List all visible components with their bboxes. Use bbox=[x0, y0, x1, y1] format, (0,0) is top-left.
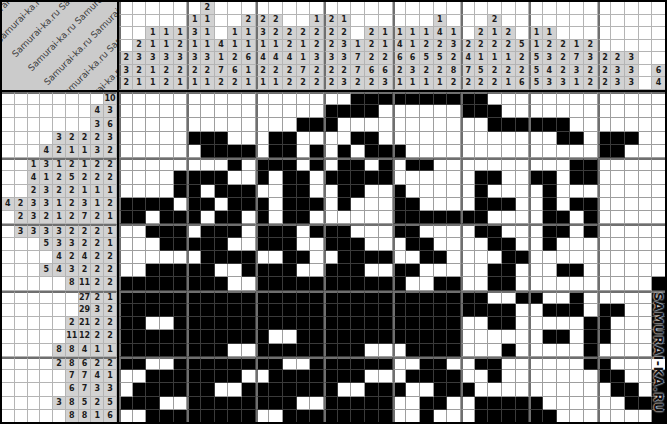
cell[interactable] bbox=[461, 370, 475, 383]
cell[interactable] bbox=[584, 277, 598, 290]
cell[interactable] bbox=[133, 277, 147, 290]
cell[interactable] bbox=[584, 238, 598, 251]
cell[interactable] bbox=[516, 105, 530, 118]
cell[interactable] bbox=[488, 291, 502, 304]
cell[interactable] bbox=[584, 132, 598, 145]
cell[interactable] bbox=[557, 145, 571, 158]
cell[interactable] bbox=[338, 238, 352, 251]
cell[interactable] bbox=[215, 198, 229, 211]
cell[interactable] bbox=[543, 105, 557, 118]
cell[interactable] bbox=[283, 224, 297, 237]
cell[interactable] bbox=[406, 105, 420, 118]
cell[interactable] bbox=[242, 105, 256, 118]
cell[interactable] bbox=[434, 397, 448, 410]
cell[interactable] bbox=[488, 92, 502, 105]
cell[interactable] bbox=[379, 317, 393, 330]
cell[interactable] bbox=[283, 330, 297, 343]
cell[interactable] bbox=[133, 158, 147, 171]
cell[interactable] bbox=[283, 317, 297, 330]
cell[interactable] bbox=[269, 224, 283, 237]
cell[interactable] bbox=[310, 251, 324, 264]
cell[interactable] bbox=[215, 304, 229, 317]
cell[interactable] bbox=[351, 224, 365, 237]
cell[interactable] bbox=[488, 224, 502, 237]
cell[interactable] bbox=[584, 397, 598, 410]
cell[interactable] bbox=[351, 198, 365, 211]
cell[interactable] bbox=[228, 224, 242, 237]
cell[interactable] bbox=[516, 158, 530, 171]
cell[interactable] bbox=[297, 291, 311, 304]
cell[interactable] bbox=[269, 277, 283, 290]
cell[interactable] bbox=[406, 397, 420, 410]
cell[interactable] bbox=[393, 291, 407, 304]
cell[interactable] bbox=[310, 92, 324, 105]
cell[interactable] bbox=[351, 317, 365, 330]
cell[interactable] bbox=[475, 264, 489, 277]
cell[interactable] bbox=[461, 224, 475, 237]
cell[interactable] bbox=[584, 118, 598, 131]
cell[interactable] bbox=[133, 357, 147, 370]
cell[interactable] bbox=[447, 264, 461, 277]
cell[interactable] bbox=[283, 118, 297, 131]
cell[interactable] bbox=[516, 198, 530, 211]
cell[interactable] bbox=[297, 383, 311, 396]
cell[interactable] bbox=[570, 238, 584, 251]
cell[interactable] bbox=[351, 118, 365, 131]
cell[interactable] bbox=[557, 224, 571, 237]
cell[interactable] bbox=[393, 118, 407, 131]
cell[interactable] bbox=[160, 92, 174, 105]
cell[interactable] bbox=[529, 357, 543, 370]
cell[interactable] bbox=[570, 410, 584, 423]
cell[interactable] bbox=[324, 145, 338, 158]
cell[interactable] bbox=[434, 410, 448, 423]
cell[interactable] bbox=[557, 105, 571, 118]
cell[interactable] bbox=[543, 344, 557, 357]
cell[interactable] bbox=[461, 317, 475, 330]
cell[interactable] bbox=[461, 171, 475, 184]
cell[interactable] bbox=[365, 397, 379, 410]
cell[interactable] bbox=[201, 145, 215, 158]
cell[interactable] bbox=[461, 344, 475, 357]
cell[interactable] bbox=[187, 92, 201, 105]
cell[interactable] bbox=[215, 383, 229, 396]
cell[interactable] bbox=[420, 344, 434, 357]
cell[interactable] bbox=[242, 132, 256, 145]
cell[interactable] bbox=[420, 118, 434, 131]
cell[interactable] bbox=[488, 304, 502, 317]
cell[interactable] bbox=[351, 185, 365, 198]
cell[interactable] bbox=[201, 317, 215, 330]
cell[interactable] bbox=[652, 158, 666, 171]
cell[interactable] bbox=[146, 277, 160, 290]
cell[interactable] bbox=[434, 344, 448, 357]
cell[interactable] bbox=[146, 105, 160, 118]
cell[interactable] bbox=[598, 211, 612, 224]
cell[interactable] bbox=[502, 317, 516, 330]
cell[interactable] bbox=[420, 264, 434, 277]
cell[interactable] bbox=[406, 330, 420, 343]
cell[interactable] bbox=[324, 344, 338, 357]
cell[interactable] bbox=[488, 132, 502, 145]
cell[interactable] bbox=[256, 330, 270, 343]
cell[interactable] bbox=[420, 198, 434, 211]
cell[interactable] bbox=[543, 277, 557, 290]
cell[interactable] bbox=[379, 224, 393, 237]
cell[interactable] bbox=[461, 397, 475, 410]
cell[interactable] bbox=[365, 92, 379, 105]
cell[interactable] bbox=[365, 132, 379, 145]
cell[interactable] bbox=[516, 145, 530, 158]
cell[interactable] bbox=[187, 304, 201, 317]
cell[interactable] bbox=[639, 277, 653, 290]
cell[interactable] bbox=[625, 304, 639, 317]
cell[interactable] bbox=[269, 238, 283, 251]
cell[interactable] bbox=[570, 251, 584, 264]
cell[interactable] bbox=[570, 92, 584, 105]
cell[interactable] bbox=[297, 410, 311, 423]
cell[interactable] bbox=[598, 357, 612, 370]
cell[interactable] bbox=[475, 383, 489, 396]
cell[interactable] bbox=[475, 291, 489, 304]
cell[interactable] bbox=[201, 370, 215, 383]
cell[interactable] bbox=[133, 211, 147, 224]
cell[interactable] bbox=[215, 158, 229, 171]
cell[interactable] bbox=[174, 171, 188, 184]
cell[interactable] bbox=[160, 118, 174, 131]
cell[interactable] bbox=[447, 211, 461, 224]
cell[interactable] bbox=[119, 370, 133, 383]
cell[interactable] bbox=[516, 211, 530, 224]
cell[interactable] bbox=[146, 238, 160, 251]
cell[interactable] bbox=[324, 185, 338, 198]
cell[interactable] bbox=[283, 383, 297, 396]
cell[interactable] bbox=[215, 344, 229, 357]
cell[interactable] bbox=[174, 264, 188, 277]
cell[interactable] bbox=[639, 92, 653, 105]
cell[interactable] bbox=[146, 330, 160, 343]
cell[interactable] bbox=[502, 277, 516, 290]
cell[interactable] bbox=[174, 370, 188, 383]
cell[interactable] bbox=[611, 383, 625, 396]
cell[interactable] bbox=[379, 397, 393, 410]
cell[interactable] bbox=[160, 238, 174, 251]
cell[interactable] bbox=[570, 291, 584, 304]
cell[interactable] bbox=[351, 171, 365, 184]
cell[interactable] bbox=[625, 198, 639, 211]
cell[interactable] bbox=[625, 145, 639, 158]
cell[interactable] bbox=[119, 317, 133, 330]
cell[interactable] bbox=[652, 198, 666, 211]
cell[interactable] bbox=[379, 291, 393, 304]
cell[interactable] bbox=[502, 370, 516, 383]
cell[interactable] bbox=[269, 264, 283, 277]
cell[interactable] bbox=[502, 264, 516, 277]
cell[interactable] bbox=[215, 330, 229, 343]
cell[interactable] bbox=[475, 357, 489, 370]
cell[interactable] bbox=[557, 317, 571, 330]
cell[interactable] bbox=[269, 357, 283, 370]
cell[interactable] bbox=[543, 145, 557, 158]
cell[interactable] bbox=[639, 158, 653, 171]
cell[interactable] bbox=[516, 277, 530, 290]
cell[interactable] bbox=[242, 185, 256, 198]
cell[interactable] bbox=[461, 105, 475, 118]
cell[interactable] bbox=[174, 291, 188, 304]
cell[interactable] bbox=[611, 171, 625, 184]
cell[interactable] bbox=[502, 132, 516, 145]
cell[interactable] bbox=[228, 171, 242, 184]
cell[interactable] bbox=[310, 238, 324, 251]
cell[interactable] bbox=[283, 410, 297, 423]
cell[interactable] bbox=[283, 344, 297, 357]
cell[interactable] bbox=[324, 171, 338, 184]
cell[interactable] bbox=[174, 198, 188, 211]
cell[interactable] bbox=[310, 211, 324, 224]
cell[interactable] bbox=[324, 357, 338, 370]
cell[interactable] bbox=[146, 357, 160, 370]
cell[interactable] bbox=[215, 92, 229, 105]
cell[interactable] bbox=[324, 105, 338, 118]
cell[interactable] bbox=[283, 277, 297, 290]
cell[interactable] bbox=[146, 383, 160, 396]
cell[interactable] bbox=[625, 344, 639, 357]
cell[interactable] bbox=[543, 171, 557, 184]
cell[interactable] bbox=[174, 357, 188, 370]
cell[interactable] bbox=[543, 410, 557, 423]
cell[interactable] bbox=[516, 171, 530, 184]
cell[interactable] bbox=[187, 171, 201, 184]
cell[interactable] bbox=[351, 92, 365, 105]
cell[interactable] bbox=[557, 92, 571, 105]
cell[interactable] bbox=[529, 344, 543, 357]
cell[interactable] bbox=[351, 145, 365, 158]
cell[interactable] bbox=[146, 344, 160, 357]
cell[interactable] bbox=[598, 198, 612, 211]
cell[interactable] bbox=[420, 171, 434, 184]
cell[interactable] bbox=[502, 171, 516, 184]
cell[interactable] bbox=[461, 158, 475, 171]
cell[interactable] bbox=[338, 397, 352, 410]
cell[interactable] bbox=[160, 158, 174, 171]
cell[interactable] bbox=[351, 277, 365, 290]
cell[interactable] bbox=[174, 118, 188, 131]
cell[interactable] bbox=[516, 264, 530, 277]
cell[interactable] bbox=[570, 132, 584, 145]
cell[interactable] bbox=[351, 330, 365, 343]
cell[interactable] bbox=[461, 118, 475, 131]
cell[interactable] bbox=[256, 145, 270, 158]
cell[interactable] bbox=[119, 304, 133, 317]
cell[interactable] bbox=[406, 383, 420, 396]
cell[interactable] bbox=[461, 357, 475, 370]
cell[interactable] bbox=[434, 251, 448, 264]
cell[interactable] bbox=[119, 397, 133, 410]
cell[interactable] bbox=[242, 251, 256, 264]
cell[interactable] bbox=[324, 158, 338, 171]
cell[interactable] bbox=[228, 330, 242, 343]
cell[interactable] bbox=[215, 171, 229, 184]
cell[interactable] bbox=[201, 383, 215, 396]
cell[interactable] bbox=[543, 264, 557, 277]
cell[interactable] bbox=[625, 211, 639, 224]
cell[interactable] bbox=[420, 397, 434, 410]
cell[interactable] bbox=[543, 291, 557, 304]
cell[interactable] bbox=[447, 251, 461, 264]
cell[interactable] bbox=[502, 198, 516, 211]
cell[interactable] bbox=[310, 264, 324, 277]
cell[interactable] bbox=[611, 118, 625, 131]
cell[interactable] bbox=[160, 344, 174, 357]
cell[interactable] bbox=[625, 132, 639, 145]
cell[interactable] bbox=[201, 330, 215, 343]
cell[interactable] bbox=[447, 198, 461, 211]
cell[interactable] bbox=[256, 105, 270, 118]
cell[interactable] bbox=[625, 370, 639, 383]
cell[interactable] bbox=[297, 317, 311, 330]
cell[interactable] bbox=[434, 370, 448, 383]
cell[interactable] bbox=[256, 344, 270, 357]
cell[interactable] bbox=[584, 330, 598, 343]
cell[interactable] bbox=[502, 304, 516, 317]
cell[interactable] bbox=[283, 105, 297, 118]
cell[interactable] bbox=[488, 277, 502, 290]
cell[interactable] bbox=[611, 370, 625, 383]
cell[interactable] bbox=[611, 198, 625, 211]
cell[interactable] bbox=[228, 198, 242, 211]
cell[interactable] bbox=[406, 118, 420, 131]
cell[interactable] bbox=[228, 264, 242, 277]
cell[interactable] bbox=[324, 224, 338, 237]
cell[interactable] bbox=[242, 158, 256, 171]
cell[interactable] bbox=[434, 211, 448, 224]
cell[interactable] bbox=[228, 145, 242, 158]
cell[interactable] bbox=[351, 105, 365, 118]
cell[interactable] bbox=[146, 397, 160, 410]
cell[interactable] bbox=[160, 291, 174, 304]
cell[interactable] bbox=[379, 171, 393, 184]
cell[interactable] bbox=[351, 264, 365, 277]
cell[interactable] bbox=[119, 383, 133, 396]
cell[interactable] bbox=[119, 171, 133, 184]
cell[interactable] bbox=[160, 397, 174, 410]
cell[interactable] bbox=[379, 304, 393, 317]
cell[interactable] bbox=[502, 397, 516, 410]
cell[interactable] bbox=[584, 304, 598, 317]
cell[interactable] bbox=[269, 330, 283, 343]
cell[interactable] bbox=[543, 317, 557, 330]
cell[interactable] bbox=[297, 238, 311, 251]
cell[interactable] bbox=[365, 171, 379, 184]
cell[interactable] bbox=[447, 304, 461, 317]
cell[interactable] bbox=[379, 198, 393, 211]
cell[interactable] bbox=[529, 277, 543, 290]
cell[interactable] bbox=[557, 185, 571, 198]
cell[interactable] bbox=[611, 211, 625, 224]
cell[interactable] bbox=[283, 357, 297, 370]
cell[interactable] bbox=[256, 211, 270, 224]
cell[interactable] bbox=[310, 171, 324, 184]
cell[interactable] bbox=[611, 132, 625, 145]
cell[interactable] bbox=[488, 264, 502, 277]
cell[interactable] bbox=[215, 224, 229, 237]
cell[interactable] bbox=[584, 344, 598, 357]
cell[interactable] bbox=[625, 383, 639, 396]
cell[interactable] bbox=[201, 185, 215, 198]
cell[interactable] bbox=[529, 330, 543, 343]
cell[interactable] bbox=[269, 118, 283, 131]
cell[interactable] bbox=[160, 304, 174, 317]
cell[interactable] bbox=[119, 185, 133, 198]
cell[interactable] bbox=[201, 251, 215, 264]
cell[interactable] bbox=[215, 238, 229, 251]
cell[interactable] bbox=[146, 171, 160, 184]
cell[interactable] bbox=[365, 158, 379, 171]
cell[interactable] bbox=[242, 264, 256, 277]
cell[interactable] bbox=[447, 238, 461, 251]
cell[interactable] bbox=[598, 224, 612, 237]
cell[interactable] bbox=[160, 171, 174, 184]
cell[interactable] bbox=[393, 185, 407, 198]
cell[interactable] bbox=[529, 211, 543, 224]
cell[interactable] bbox=[310, 397, 324, 410]
cell[interactable] bbox=[652, 171, 666, 184]
cell[interactable] bbox=[420, 92, 434, 105]
cell[interactable] bbox=[146, 211, 160, 224]
cell[interactable] bbox=[187, 145, 201, 158]
cell[interactable] bbox=[502, 357, 516, 370]
cell[interactable] bbox=[393, 397, 407, 410]
cell[interactable] bbox=[269, 132, 283, 145]
cell[interactable] bbox=[557, 158, 571, 171]
cell[interactable] bbox=[201, 105, 215, 118]
cell[interactable] bbox=[420, 291, 434, 304]
cell[interactable] bbox=[625, 277, 639, 290]
cell[interactable] bbox=[283, 251, 297, 264]
cell[interactable] bbox=[365, 211, 379, 224]
cell[interactable] bbox=[447, 118, 461, 131]
cell[interactable] bbox=[611, 317, 625, 330]
cell[interactable] bbox=[256, 264, 270, 277]
cell[interactable] bbox=[338, 211, 352, 224]
cell[interactable] bbox=[434, 198, 448, 211]
cell[interactable] bbox=[584, 185, 598, 198]
cell[interactable] bbox=[529, 198, 543, 211]
cell[interactable] bbox=[543, 330, 557, 343]
cell[interactable] bbox=[516, 92, 530, 105]
cell[interactable] bbox=[215, 211, 229, 224]
cell[interactable] bbox=[187, 291, 201, 304]
cell[interactable] bbox=[228, 118, 242, 131]
cell[interactable] bbox=[365, 370, 379, 383]
cell[interactable] bbox=[461, 238, 475, 251]
cell[interactable] bbox=[434, 357, 448, 370]
cell[interactable] bbox=[611, 344, 625, 357]
cell[interactable] bbox=[434, 277, 448, 290]
cell[interactable] bbox=[393, 198, 407, 211]
cell[interactable] bbox=[475, 344, 489, 357]
cell[interactable] bbox=[228, 344, 242, 357]
cell[interactable] bbox=[269, 383, 283, 396]
cell[interactable] bbox=[379, 118, 393, 131]
cell[interactable] bbox=[242, 224, 256, 237]
cell[interactable] bbox=[406, 344, 420, 357]
cell[interactable] bbox=[516, 291, 530, 304]
cell[interactable] bbox=[228, 410, 242, 423]
cell[interactable] bbox=[119, 330, 133, 343]
cell[interactable] bbox=[133, 397, 147, 410]
cell[interactable] bbox=[461, 185, 475, 198]
